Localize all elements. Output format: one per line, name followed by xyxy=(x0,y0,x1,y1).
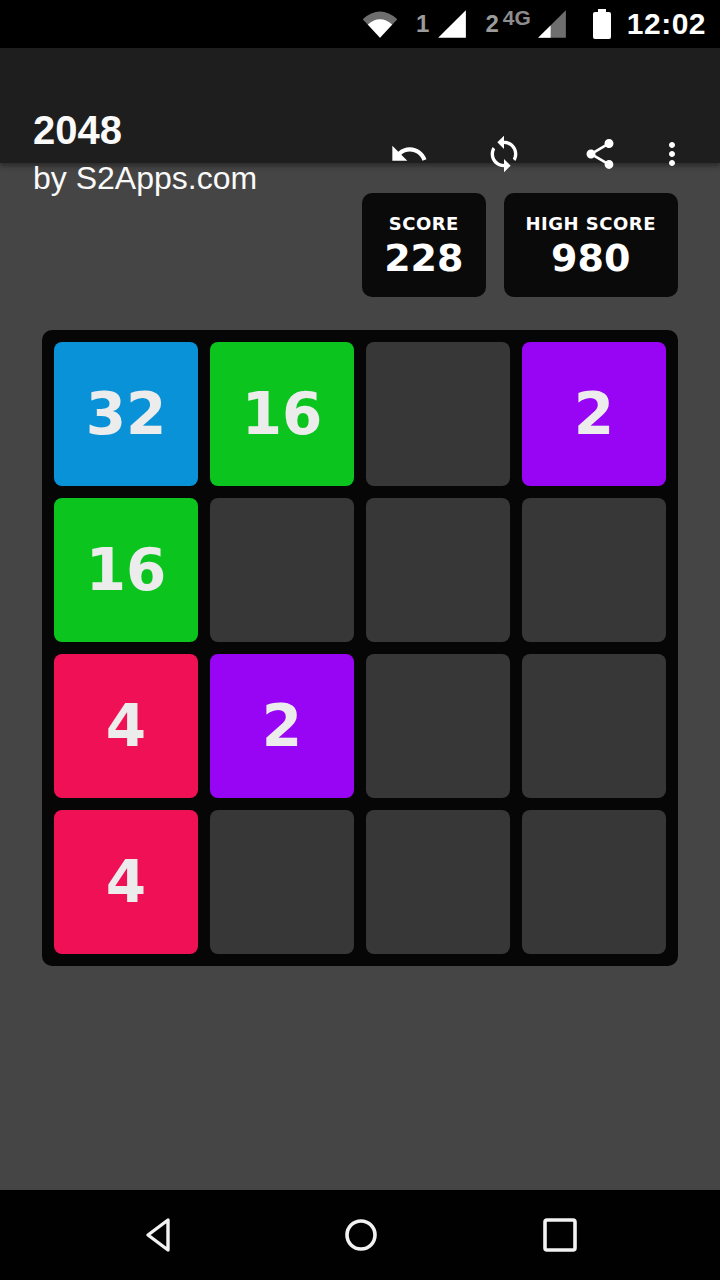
empty-cell xyxy=(366,810,510,954)
share-icon[interactable] xyxy=(582,134,618,174)
empty-cell xyxy=(210,498,354,642)
empty-cell xyxy=(366,654,510,798)
tile-value: 4 xyxy=(106,692,146,760)
tile-16: 16 xyxy=(54,498,198,642)
high-score-label: HIGH SCORE xyxy=(526,213,657,234)
sim2-label: 2 xyxy=(485,10,498,38)
tile-value: 2 xyxy=(574,380,614,448)
wifi-icon xyxy=(358,6,402,42)
signal-sim2-icon xyxy=(533,6,571,42)
status-bar: 1 2 4G 12:02 xyxy=(0,0,720,48)
score-value: 228 xyxy=(384,239,463,277)
app-title: 2048 xyxy=(33,110,122,150)
recents-icon[interactable] xyxy=(539,1213,581,1257)
back-icon[interactable] xyxy=(141,1213,183,1257)
restart-icon[interactable] xyxy=(484,134,524,174)
empty-cell xyxy=(522,810,666,954)
tile-2: 2 xyxy=(210,654,354,798)
sim1-label: 1 xyxy=(416,10,429,38)
game-board[interactable]: 3216216424 xyxy=(42,330,678,966)
clock: 12:02 xyxy=(627,7,706,41)
empty-cell xyxy=(366,498,510,642)
tile-value: 16 xyxy=(86,536,167,604)
tile-16: 16 xyxy=(210,342,354,486)
overflow-menu-icon[interactable] xyxy=(654,134,690,174)
tile-value: 32 xyxy=(86,380,167,448)
signal-sim1-icon xyxy=(433,6,471,42)
empty-cell xyxy=(366,342,510,486)
tile-32: 32 xyxy=(54,342,198,486)
score-row: SCORE 228 HIGH SCORE 980 xyxy=(362,193,678,297)
app-subtitle: by S2Apps.com xyxy=(33,162,257,194)
tile-value: 16 xyxy=(242,380,323,448)
battery-icon xyxy=(587,5,617,43)
tile-2: 2 xyxy=(522,342,666,486)
tile-value: 4 xyxy=(106,848,146,916)
navigation-bar xyxy=(0,1190,720,1280)
score-box: SCORE 228 xyxy=(362,193,485,297)
app-bar: 2048 by S2Apps.com xyxy=(0,48,720,163)
phone-screen: 1 2 4G 12:02 2048 by S2Apps.com xyxy=(0,0,720,1280)
empty-cell xyxy=(522,498,666,642)
score-label: SCORE xyxy=(389,213,459,234)
high-score-value: 980 xyxy=(551,239,630,277)
tile-value: 2 xyxy=(262,692,302,760)
high-score-box: HIGH SCORE 980 xyxy=(504,193,679,297)
game-screen: SCORE 228 HIGH SCORE 980 3216216424 xyxy=(0,163,720,1190)
empty-cell xyxy=(210,810,354,954)
undo-icon[interactable] xyxy=(389,134,429,174)
empty-cell xyxy=(522,654,666,798)
tile-4: 4 xyxy=(54,654,198,798)
tile-4: 4 xyxy=(54,810,198,954)
network-type-label: 4G xyxy=(503,6,531,30)
home-icon[interactable] xyxy=(340,1213,382,1257)
